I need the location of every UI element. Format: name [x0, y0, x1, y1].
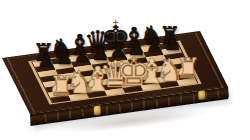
square-h1: ♜	[177, 78, 198, 86]
brass-clasp-left	[93, 106, 100, 116]
piece-white-rook: ♜	[170, 55, 205, 83]
piece-black-pawn: ♟	[155, 33, 190, 53]
brass-clasp-right	[198, 90, 205, 100]
chess-set-photo: ♜♞♝♛♚+♝♞♜♟♟♟♟♟♟♟♟♟♟♟♟♟♟♟♟♜♞♝♛♚♝♞♜	[0, 0, 250, 140]
board-grid: ♜♞♝♛♚+♝♞♜♟♟♟♟♟♟♟♟♟♟♟♟♟♟♟♟♜♞♝♛♚♝♞♜	[31, 42, 198, 104]
